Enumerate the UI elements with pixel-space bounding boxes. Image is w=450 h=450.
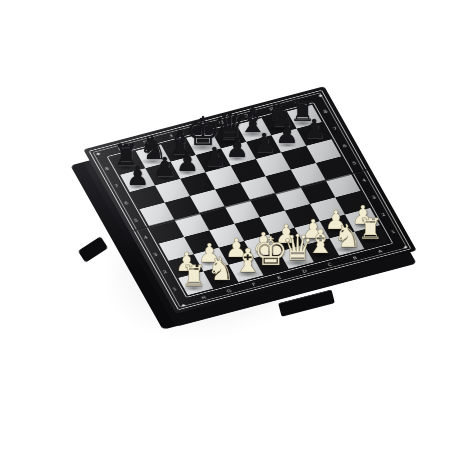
rank-label-left-6: 6 [123, 200, 129, 205]
file-label-top-g: G [142, 140, 148, 145]
rank-label-right-4: 4 [361, 178, 367, 183]
file-label-top-f: F [168, 133, 173, 138]
file-label-top-c: C [243, 113, 249, 118]
rank-label-right-1: 1 [390, 229, 396, 234]
file-label-bottom-g: G [226, 289, 232, 294]
rank-label-right-5: 5 [352, 160, 358, 165]
file-label-bottom-b: B [352, 256, 358, 261]
border-diamond [182, 304, 186, 307]
file-label-bottom-f: F [251, 282, 256, 287]
file-label-bottom-a: A [377, 249, 383, 254]
file-label-bottom-d: D [301, 269, 307, 274]
rank-label-left-2: 2 [162, 269, 168, 274]
file-label-bottom-c: C [327, 262, 333, 267]
border-diamond [96, 153, 100, 156]
rank-label-right-8: 8 [323, 109, 329, 114]
rank-label-right-3: 3 [371, 195, 377, 200]
rank-label-left-7: 7 [114, 183, 120, 188]
rank-label-left-8: 8 [104, 166, 110, 171]
rank-label-left-5: 5 [133, 218, 139, 223]
rank-label-right-6: 6 [342, 143, 348, 148]
rank-label-right-7: 7 [332, 126, 338, 131]
rank-label-left-1: 1 [172, 286, 178, 291]
file-label-top-h: H [117, 146, 123, 151]
rank-label-left-4: 4 [143, 235, 149, 240]
file-label-bottom-e: E [276, 275, 282, 280]
rank-label-left-3: 3 [152, 252, 158, 257]
border-diamond [318, 94, 322, 97]
file-label-top-b: B [268, 107, 274, 112]
file-label-top-e: E [193, 126, 199, 131]
file-label-top-d: D [217, 120, 223, 125]
file-label-bottom-h: H [201, 295, 207, 300]
rank-label-right-2: 2 [381, 212, 387, 217]
file-label-top-a: A [293, 100, 299, 105]
border-diamond [404, 246, 408, 249]
product-photo: { "game": "chess", "subject": "Folding m… [0, 0, 450, 450]
